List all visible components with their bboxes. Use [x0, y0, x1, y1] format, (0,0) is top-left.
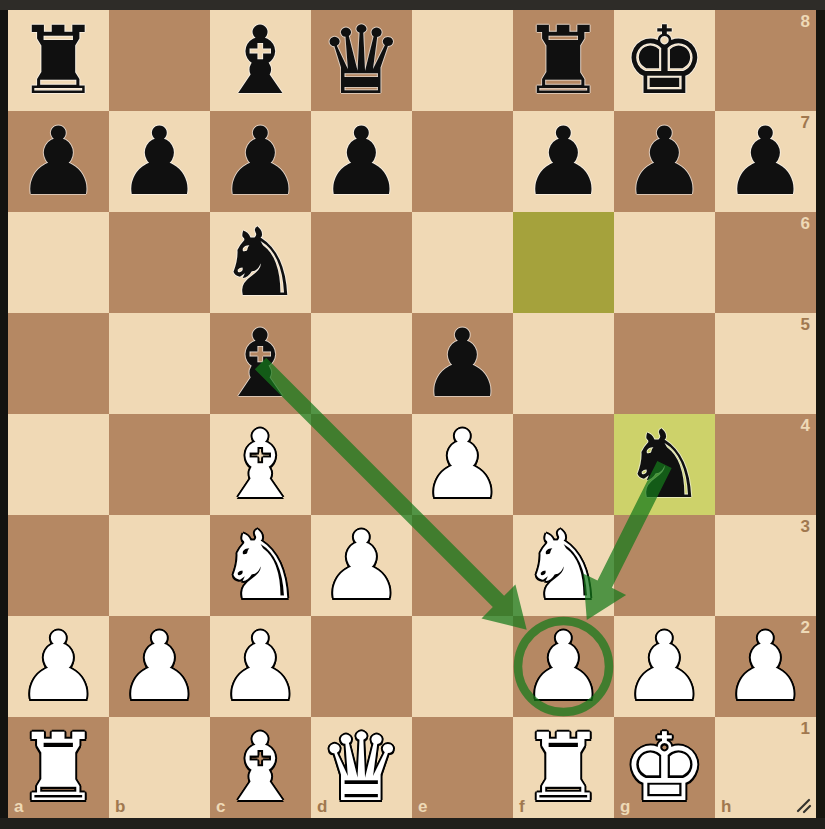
square-f1[interactable]: ♜f — [513, 717, 614, 818]
square-f8[interactable]: ♜ — [513, 10, 614, 111]
square-h6[interactable]: 6 — [715, 212, 816, 313]
coord-rank-5: 5 — [801, 316, 810, 333]
square-a3[interactable] — [8, 515, 109, 616]
piece-white-pawn[interactable]: ♟ — [8, 616, 109, 717]
square-d1[interactable]: ♛d — [311, 717, 412, 818]
piece-black-knight[interactable]: ♞ — [614, 414, 715, 515]
square-g1[interactable]: ♚g — [614, 717, 715, 818]
frame-right — [816, 10, 825, 818]
piece-white-bishop[interactable]: ♝ — [210, 414, 311, 515]
square-h2[interactable]: ♟2 — [715, 616, 816, 717]
square-f5[interactable] — [513, 313, 614, 414]
piece-black-pawn[interactable]: ♟ — [109, 111, 210, 212]
piece-black-bishop[interactable]: ♝ — [210, 10, 311, 111]
coord-rank-6: 6 — [801, 215, 810, 232]
square-b4[interactable] — [109, 414, 210, 515]
square-g2[interactable]: ♟ — [614, 616, 715, 717]
square-c7[interactable]: ♟ — [210, 111, 311, 212]
square-f3[interactable]: ♞ — [513, 515, 614, 616]
square-d5[interactable] — [311, 313, 412, 414]
square-e3[interactable] — [412, 515, 513, 616]
square-a5[interactable] — [8, 313, 109, 414]
square-b5[interactable] — [109, 313, 210, 414]
piece-black-king[interactable]: ♚ — [614, 10, 715, 111]
square-a6[interactable] — [8, 212, 109, 313]
square-b2[interactable]: ♟ — [109, 616, 210, 717]
square-g4[interactable]: ♞ — [614, 414, 715, 515]
piece-black-pawn[interactable]: ♟ — [210, 111, 311, 212]
square-e5[interactable]: ♟ — [412, 313, 513, 414]
frame-left — [0, 10, 8, 818]
square-h5[interactable]: 5 — [715, 313, 816, 414]
square-g6[interactable] — [614, 212, 715, 313]
square-e4[interactable]: ♟ — [412, 414, 513, 515]
coord-file-c: c — [216, 798, 225, 815]
piece-black-pawn[interactable]: ♟ — [614, 111, 715, 212]
square-a7[interactable]: ♟ — [8, 111, 109, 212]
piece-white-knight[interactable]: ♞ — [210, 515, 311, 616]
square-c1[interactable]: ♝c — [210, 717, 311, 818]
chess-board-screenshot: ♜♝♛♜♚8♟♟♟♟♟♟♟7♞6♝♟5♝♟♞4♞♟♞3♟♟♟♟♟♟2♜ab♝c♛… — [0, 0, 825, 829]
coord-rank-1: 1 — [801, 720, 810, 737]
piece-white-rook[interactable]: ♜ — [513, 717, 614, 818]
square-e2[interactable] — [412, 616, 513, 717]
square-a4[interactable] — [8, 414, 109, 515]
coord-file-f: f — [519, 798, 525, 815]
square-e6[interactable] — [412, 212, 513, 313]
square-f2[interactable]: ♟ — [513, 616, 614, 717]
square-f4[interactable] — [513, 414, 614, 515]
piece-black-rook[interactable]: ♜ — [513, 10, 614, 111]
piece-white-pawn[interactable]: ♟ — [210, 616, 311, 717]
square-h4[interactable]: 4 — [715, 414, 816, 515]
piece-white-pawn[interactable]: ♟ — [109, 616, 210, 717]
square-a1[interactable]: ♜a — [8, 717, 109, 818]
piece-black-pawn[interactable]: ♟ — [513, 111, 614, 212]
square-g8[interactable]: ♚ — [614, 10, 715, 111]
square-d7[interactable]: ♟ — [311, 111, 412, 212]
square-b6[interactable] — [109, 212, 210, 313]
chess-board: ♜♝♛♜♚8♟♟♟♟♟♟♟7♞6♝♟5♝♟♞4♞♟♞3♟♟♟♟♟♟2♜ab♝c♛… — [8, 10, 816, 818]
coord-file-b: b — [115, 798, 125, 815]
piece-white-pawn[interactable]: ♟ — [311, 515, 412, 616]
square-e1[interactable]: e — [412, 717, 513, 818]
piece-black-pawn[interactable]: ♟ — [311, 111, 412, 212]
coord-rank-4: 4 — [801, 417, 810, 434]
square-c6[interactable]: ♞ — [210, 212, 311, 313]
square-c2[interactable]: ♟ — [210, 616, 311, 717]
square-c4[interactable]: ♝ — [210, 414, 311, 515]
square-c8[interactable]: ♝ — [210, 10, 311, 111]
coord-file-e: e — [418, 798, 427, 815]
coord-rank-7: 7 — [801, 114, 810, 131]
square-b7[interactable]: ♟ — [109, 111, 210, 212]
square-f6[interactable] — [513, 212, 614, 313]
board-resize-handle[interactable] — [794, 796, 814, 816]
diagonal-grip-icon — [798, 800, 810, 812]
coord-rank-2: 2 — [801, 619, 810, 636]
square-g7[interactable]: ♟ — [614, 111, 715, 212]
square-h8[interactable]: 8 — [715, 10, 816, 111]
square-e7[interactable] — [412, 111, 513, 212]
square-g5[interactable] — [614, 313, 715, 414]
square-h3[interactable]: 3 — [715, 515, 816, 616]
square-b8[interactable] — [109, 10, 210, 111]
square-a2[interactable]: ♟ — [8, 616, 109, 717]
piece-black-pawn[interactable]: ♟ — [8, 111, 109, 212]
square-b1[interactable]: b — [109, 717, 210, 818]
square-g3[interactable] — [614, 515, 715, 616]
coord-file-h: h — [721, 798, 731, 815]
square-a8[interactable]: ♜ — [8, 10, 109, 111]
square-d8[interactable]: ♛ — [311, 10, 412, 111]
square-d6[interactable] — [311, 212, 412, 313]
coord-file-a: a — [14, 798, 23, 815]
piece-black-pawn[interactable]: ♟ — [412, 313, 513, 414]
coord-rank-3: 3 — [801, 518, 810, 535]
coord-file-g: g — [620, 798, 630, 815]
square-f7[interactable]: ♟ — [513, 111, 614, 212]
square-d3[interactable]: ♟ — [311, 515, 412, 616]
piece-black-bishop[interactable]: ♝ — [210, 313, 311, 414]
square-d4[interactable] — [311, 414, 412, 515]
piece-white-knight[interactable]: ♞ — [513, 515, 614, 616]
square-c5[interactable]: ♝ — [210, 313, 311, 414]
square-b3[interactable] — [109, 515, 210, 616]
coord-file-d: d — [317, 798, 327, 815]
piece-black-queen[interactable]: ♛ — [311, 10, 412, 111]
piece-black-knight[interactable]: ♞ — [210, 212, 311, 313]
square-c3[interactable]: ♞ — [210, 515, 311, 616]
piece-black-rook[interactable]: ♜ — [8, 10, 109, 111]
piece-white-pawn[interactable]: ♟ — [513, 616, 614, 717]
piece-white-pawn[interactable]: ♟ — [614, 616, 715, 717]
square-d2[interactable] — [311, 616, 412, 717]
piece-white-pawn[interactable]: ♟ — [412, 414, 513, 515]
square-h7[interactable]: ♟7 — [715, 111, 816, 212]
square-e8[interactable] — [412, 10, 513, 111]
coord-rank-8: 8 — [801, 13, 810, 30]
